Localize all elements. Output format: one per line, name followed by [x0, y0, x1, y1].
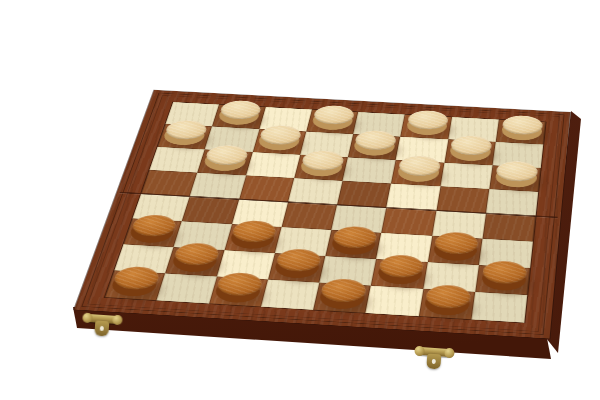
piece-dark-f2: [376, 260, 423, 285]
piece-light-b8: [216, 105, 261, 126]
piece-light-b6: [202, 150, 248, 172]
brass-latch-left: [83, 312, 123, 341]
piece-light-h8: [500, 120, 542, 141]
piece-dark-a1: [109, 272, 160, 297]
piece-dark-c3: [229, 226, 277, 250]
latch-cap-icon: [112, 315, 123, 326]
piece-light-e7: [352, 135, 396, 156]
piece-dark-b2: [170, 248, 219, 273]
piece-light-c7: [257, 130, 302, 151]
piece-dark-e1: [318, 284, 367, 310]
piece-light-d6: [298, 155, 343, 177]
piece-dark-g1: [424, 290, 472, 316]
piece-light-a7: [162, 125, 208, 146]
piece-dark-c1: [213, 278, 263, 304]
piece-dark-g3: [433, 237, 479, 261]
piece-light-f8: [405, 115, 448, 136]
piece-dark-d2: [272, 254, 320, 279]
piece-light-g7: [449, 140, 492, 162]
brass-latch-right: [415, 345, 455, 374]
pieces-layer: [104, 102, 547, 324]
latch-cap-icon: [444, 348, 455, 359]
piece-light-d8: [310, 110, 354, 131]
piece-dark-h2: [480, 267, 526, 292]
piece-light-h6: [494, 166, 538, 188]
piece-dark-e3: [330, 231, 377, 255]
piece-light-f6: [396, 161, 440, 183]
checkers-board: [74, 90, 570, 338]
piece-dark-a3: [128, 220, 177, 244]
product-photo-stage: [0, 0, 600, 400]
